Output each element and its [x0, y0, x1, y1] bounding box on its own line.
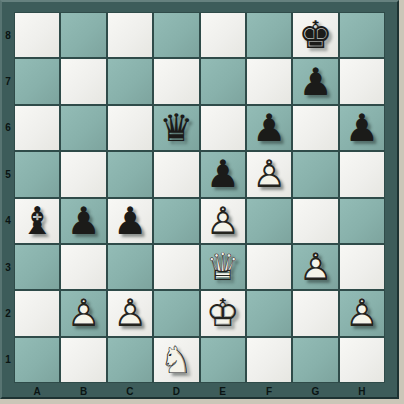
square-g6[interactable] — [293, 106, 337, 150]
square-d2[interactable] — [154, 291, 198, 335]
square-g2[interactable] — [293, 291, 337, 335]
white-king[interactable]: ♚♔ — [201, 291, 245, 335]
black-pawn[interactable]: ♟ — [247, 106, 291, 150]
square-e3[interactable]: ♛♕ — [201, 245, 245, 289]
square-e4[interactable]: ♟♙ — [201, 199, 245, 243]
black-pawn[interactable]: ♟ — [201, 152, 245, 196]
rank-label-4: 4 — [2, 198, 14, 244]
board-frame: 87654321 ABCDEFGH ♚♟♛♟♟♟♟♙♝♟♟♟♙♛♕♟♙♟♙♟♙♚… — [0, 0, 399, 399]
black-pawn[interactable]: ♟ — [340, 106, 384, 150]
file-label-a: A — [14, 384, 60, 399]
square-h3[interactable] — [340, 245, 384, 289]
square-a4[interactable]: ♝ — [15, 199, 59, 243]
white-pawn[interactable]: ♟♙ — [293, 245, 337, 289]
square-f1[interactable] — [247, 338, 291, 382]
black-pawn[interactable]: ♟ — [61, 199, 105, 243]
square-d1[interactable]: ♞♘ — [154, 338, 198, 382]
white-pawn[interactable]: ♟♙ — [61, 291, 105, 335]
file-label-e: E — [200, 384, 246, 399]
square-e2[interactable]: ♚♔ — [201, 291, 245, 335]
file-label-d: D — [153, 384, 199, 399]
rank-label-2: 2 — [2, 290, 14, 336]
square-c5[interactable] — [108, 152, 152, 196]
black-bishop[interactable]: ♝ — [15, 199, 59, 243]
file-label-c: C — [107, 384, 153, 399]
square-c7[interactable] — [108, 59, 152, 103]
square-b3[interactable] — [61, 245, 105, 289]
square-d4[interactable] — [154, 199, 198, 243]
square-f7[interactable] — [247, 59, 291, 103]
square-d7[interactable] — [154, 59, 198, 103]
rank-label-5: 5 — [2, 151, 14, 197]
file-labels: ABCDEFGH — [14, 384, 385, 399]
chess-board-widget: 87654321 ABCDEFGH ♚♟♛♟♟♟♟♙♝♟♟♟♙♛♕♟♙♟♙♟♙♚… — [0, 0, 404, 404]
black-king[interactable]: ♚ — [293, 13, 337, 57]
black-pawn[interactable]: ♟ — [108, 199, 152, 243]
square-c8[interactable] — [108, 13, 152, 57]
square-g4[interactable] — [293, 199, 337, 243]
square-b6[interactable] — [61, 106, 105, 150]
white-pawn[interactable]: ♟♙ — [340, 291, 384, 335]
square-h8[interactable] — [340, 13, 384, 57]
square-h2[interactable]: ♟♙ — [340, 291, 384, 335]
square-e5[interactable]: ♟ — [201, 152, 245, 196]
square-a1[interactable] — [15, 338, 59, 382]
square-d3[interactable] — [154, 245, 198, 289]
square-g8[interactable]: ♚ — [293, 13, 337, 57]
square-a5[interactable] — [15, 152, 59, 196]
square-b2[interactable]: ♟♙ — [61, 291, 105, 335]
square-h4[interactable] — [340, 199, 384, 243]
file-label-f: F — [246, 384, 292, 399]
square-b1[interactable] — [61, 338, 105, 382]
square-a2[interactable] — [15, 291, 59, 335]
rank-label-3: 3 — [2, 244, 14, 290]
chess-board: ♚♟♛♟♟♟♟♙♝♟♟♟♙♛♕♟♙♟♙♟♙♚♔♟♙♞♘ — [14, 12, 385, 383]
square-f8[interactable] — [247, 13, 291, 57]
square-h1[interactable] — [340, 338, 384, 382]
square-d8[interactable] — [154, 13, 198, 57]
square-c1[interactable] — [108, 338, 152, 382]
square-a8[interactable] — [15, 13, 59, 57]
white-pawn[interactable]: ♟♙ — [108, 291, 152, 335]
square-g1[interactable] — [293, 338, 337, 382]
square-g7[interactable]: ♟ — [293, 59, 337, 103]
black-pawn[interactable]: ♟ — [293, 59, 337, 103]
square-e6[interactable] — [201, 106, 245, 150]
square-h6[interactable]: ♟ — [340, 106, 384, 150]
white-knight[interactable]: ♞♘ — [154, 338, 198, 382]
square-a6[interactable] — [15, 106, 59, 150]
square-b8[interactable] — [61, 13, 105, 57]
square-b5[interactable] — [61, 152, 105, 196]
rank-label-7: 7 — [2, 58, 14, 104]
square-e7[interactable] — [201, 59, 245, 103]
black-queen[interactable]: ♛ — [154, 106, 198, 150]
square-a3[interactable] — [15, 245, 59, 289]
square-b7[interactable] — [61, 59, 105, 103]
rank-label-6: 6 — [2, 105, 14, 151]
square-e8[interactable] — [201, 13, 245, 57]
square-e1[interactable] — [201, 338, 245, 382]
square-g5[interactable] — [293, 152, 337, 196]
square-c3[interactable] — [108, 245, 152, 289]
white-pawn[interactable]: ♟♙ — [201, 199, 245, 243]
square-h5[interactable] — [340, 152, 384, 196]
square-f2[interactable] — [247, 291, 291, 335]
file-label-g: G — [292, 384, 338, 399]
file-label-h: H — [339, 384, 385, 399]
square-f5[interactable]: ♟♙ — [247, 152, 291, 196]
square-g3[interactable]: ♟♙ — [293, 245, 337, 289]
square-c6[interactable] — [108, 106, 152, 150]
rank-label-1: 1 — [2, 337, 14, 383]
white-queen[interactable]: ♛♕ — [201, 245, 245, 289]
square-f4[interactable] — [247, 199, 291, 243]
square-a7[interactable] — [15, 59, 59, 103]
white-pawn[interactable]: ♟♙ — [247, 152, 291, 196]
square-h7[interactable] — [340, 59, 384, 103]
rank-labels: 87654321 — [2, 12, 14, 383]
square-c4[interactable]: ♟ — [108, 199, 152, 243]
square-c2[interactable]: ♟♙ — [108, 291, 152, 335]
square-b4[interactable]: ♟ — [61, 199, 105, 243]
rank-label-8: 8 — [2, 12, 14, 58]
square-f6[interactable]: ♟ — [247, 106, 291, 150]
file-label-b: B — [60, 384, 106, 399]
square-d5[interactable] — [154, 152, 198, 196]
square-f3[interactable] — [247, 245, 291, 289]
square-d6[interactable]: ♛ — [154, 106, 198, 150]
